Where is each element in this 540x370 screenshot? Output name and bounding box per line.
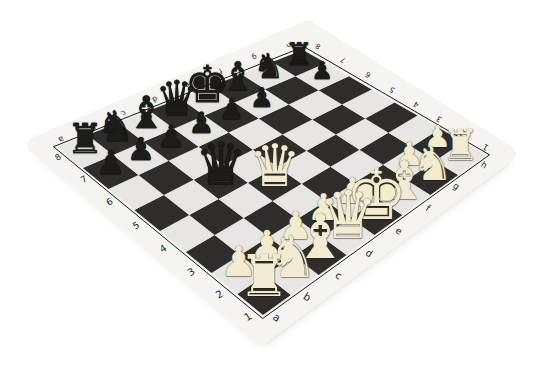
board-squares xyxy=(57,50,486,315)
chess-set-photo: 12345678abcdefghabcdefgh12345678 ♜♞♟♝♚♟♛… xyxy=(0,0,540,370)
chess-board: 12345678abcdefghabcdefgh12345678 xyxy=(0,0,540,370)
